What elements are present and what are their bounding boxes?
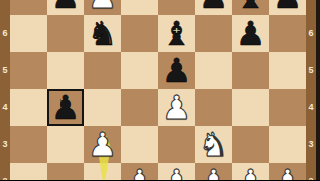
board-left-border — [0, 0, 10, 180]
square-g4[interactable] — [232, 89, 269, 126]
black-pawn-e5[interactable]: ♟ — [158, 52, 195, 89]
square-f4[interactable] — [195, 89, 232, 126]
square-d7[interactable] — [121, 0, 158, 15]
black-knight-c6[interactable]: ♞ — [84, 15, 121, 52]
rank-label-4-left: 4 — [0, 102, 10, 112]
square-a3[interactable] — [10, 126, 47, 163]
square-c5[interactable] — [84, 52, 121, 89]
square-e7[interactable] — [158, 0, 195, 15]
rank-label-4-right: 4 — [306, 102, 316, 112]
rank-label-6-left: 6 — [0, 28, 10, 38]
white-pawn-h2[interactable]: ♟ — [269, 163, 306, 181]
square-a7[interactable] — [10, 0, 47, 15]
square-h5[interactable] — [269, 52, 306, 89]
white-pawn-c7[interactable]: ♟ — [84, 0, 121, 15]
white-pawn-c3[interactable]: ♟ — [84, 126, 121, 163]
square-f5[interactable] — [195, 52, 232, 89]
square-a6[interactable] — [10, 15, 47, 52]
rank-label-3-left: 3 — [0, 139, 10, 149]
square-b2[interactable] — [47, 163, 84, 181]
rank-label-2-left: 2 — [0, 176, 10, 180]
square-d5[interactable] — [121, 52, 158, 89]
white-pawn-g2[interactable]: ♟ — [232, 163, 269, 181]
square-f6[interactable] — [195, 15, 232, 52]
square-a5[interactable] — [10, 52, 47, 89]
square-e3[interactable] — [158, 126, 195, 163]
rank-label-7-left: 7 — [0, 0, 10, 1]
rank-label-5-right: 5 — [306, 65, 316, 75]
square-h3[interactable] — [269, 126, 306, 163]
square-c2[interactable] — [84, 163, 121, 181]
board-right-border — [306, 0, 316, 180]
rank-label-2-right: 2 — [306, 176, 316, 180]
black-pawn-g6[interactable]: ♟ — [232, 15, 269, 52]
black-bishop-e6[interactable]: ♝ — [158, 15, 195, 52]
white-pawn-e2[interactable]: ♟ — [158, 163, 195, 181]
square-d4[interactable] — [121, 89, 158, 126]
black-pawn-b4[interactable]: ♟ — [47, 89, 84, 126]
rank-label-3-right: 3 — [306, 139, 316, 149]
white-pawn-d2[interactable]: ♟ — [121, 163, 158, 181]
square-h4[interactable] — [269, 89, 306, 126]
square-b5[interactable] — [47, 52, 84, 89]
rank-label-7-right: 7 — [306, 0, 316, 1]
square-a2[interactable] — [10, 163, 47, 181]
chess-board-screenshot: 776655443322♟♟♟♝♟♞♝♟♟♟♟♟♞♟♟♟♟♟ — [0, 0, 320, 180]
black-bishop-g7[interactable]: ♝ — [232, 0, 269, 15]
white-pawn-e4[interactable]: ♟ — [158, 89, 195, 126]
square-b3[interactable] — [47, 126, 84, 163]
square-b6[interactable] — [47, 15, 84, 52]
rank-label-6-right: 6 — [306, 28, 316, 38]
square-d6[interactable] — [121, 15, 158, 52]
black-pawn-f7[interactable]: ♟ — [195, 0, 232, 15]
square-d3[interactable] — [121, 126, 158, 163]
rank-label-5-left: 5 — [0, 65, 10, 75]
square-c4[interactable] — [84, 89, 121, 126]
white-pawn-f2[interactable]: ♟ — [195, 163, 232, 181]
white-knight-f3[interactable]: ♞ — [195, 126, 232, 163]
square-h6[interactable] — [269, 15, 306, 52]
square-g3[interactable] — [232, 126, 269, 163]
black-pawn-h7[interactable]: ♟ — [269, 0, 306, 15]
black-pawn-b7[interactable]: ♟ — [47, 0, 84, 15]
board-right-edge-strip — [316, 0, 320, 180]
square-a4[interactable] — [10, 89, 47, 126]
square-g5[interactable] — [232, 52, 269, 89]
